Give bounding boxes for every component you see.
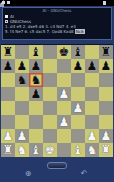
chess-board[interactable]: ♜♝♚♝♜♟♟♟♟♟♟♞♞♟♟♟♟♟♟♟♟♜♞♝♚♝♞♜	[1, 44, 113, 156]
black-bishop: ♝	[71, 45, 85, 59]
square-c3[interactable]	[29, 115, 43, 129]
square-c7[interactable]: ♟	[29, 59, 43, 73]
white-pawn: ♟	[1, 129, 15, 143]
square-h7[interactable]: ♟	[99, 59, 113, 73]
square-h4[interactable]	[99, 101, 113, 115]
square-d8[interactable]	[43, 45, 57, 59]
square-c8[interactable]: ♝	[29, 45, 43, 59]
black-pawn: ♟	[15, 59, 29, 73]
black-rook: ♜	[1, 45, 15, 59]
square-f7[interactable]: ♟	[71, 59, 85, 73]
square-g8[interactable]	[85, 45, 99, 59]
move-line: 5. f4 Ne7 6. c5 dxc5 7. Qxd8 Kxd8 Nc6	[5, 29, 111, 34]
square-a6[interactable]	[1, 73, 15, 87]
white-square-icon	[5, 15, 8, 18]
white-pawn: ♟	[99, 129, 113, 143]
square-d7[interactable]	[43, 59, 57, 73]
black-pawn: ♟	[71, 59, 85, 73]
white-rook: ♜	[1, 143, 15, 157]
square-h8[interactable]: ♜	[99, 45, 113, 59]
square-c2[interactable]	[29, 129, 43, 143]
undo-icon[interactable]: ↶	[79, 169, 89, 179]
square-d6[interactable]	[43, 73, 57, 87]
square-d5[interactable]	[43, 87, 57, 101]
black-pawn: ♟	[85, 59, 99, 73]
square-c5[interactable]: ♟	[29, 87, 43, 101]
square-a3[interactable]	[1, 115, 15, 129]
white-knight: ♞	[85, 143, 99, 157]
square-f6[interactable]	[71, 73, 85, 87]
square-a8[interactable]: ♜	[1, 45, 15, 59]
black-pawn: ♟	[29, 87, 43, 101]
square-c4[interactable]	[29, 101, 43, 115]
square-b6[interactable]: ♞	[15, 73, 29, 87]
white-pawn: ♟	[85, 129, 99, 143]
black-rook: ♜	[99, 45, 113, 59]
square-h2[interactable]: ♟	[99, 129, 113, 143]
notification-icon	[2, 1, 5, 4]
black-king: ♚	[57, 45, 71, 59]
square-d3[interactable]	[43, 115, 57, 129]
square-a4[interactable]	[1, 101, 15, 115]
black-square-icon	[5, 20, 8, 23]
app-screen: AI - GNUChess AI GNUChess 1. d4 e5 2. dx…	[0, 0, 114, 182]
square-e2[interactable]	[57, 129, 71, 143]
square-e6[interactable]	[57, 73, 71, 87]
status-bar	[0, 0, 114, 6]
white-bishop: ♝	[29, 143, 43, 157]
square-f8[interactable]: ♝	[71, 45, 85, 59]
game-info-panel: AI - GNUChess AI GNUChess 1. d4 e5 2. dx…	[2, 7, 112, 40]
square-f2[interactable]	[71, 129, 85, 143]
square-b3[interactable]	[15, 115, 29, 129]
square-b8[interactable]	[15, 45, 29, 59]
square-f3[interactable]	[71, 115, 85, 129]
black-pawn: ♟	[1, 59, 15, 73]
new-game-icon[interactable]: ⊕	[23, 169, 33, 179]
square-a2[interactable]: ♟	[1, 129, 15, 143]
white-pawn: ♟	[71, 101, 85, 115]
square-e8[interactable]: ♚	[57, 45, 71, 59]
square-e3[interactable]: ♟	[57, 115, 71, 129]
square-b2[interactable]: ♟	[15, 129, 29, 143]
square-h3[interactable]	[99, 115, 113, 129]
square-c6[interactable]: ♞	[29, 73, 43, 87]
menu-button[interactable]	[47, 162, 67, 169]
black-knight: ♞	[29, 73, 43, 87]
square-g1[interactable]: ♞	[85, 143, 99, 157]
square-a1[interactable]: ♜	[1, 143, 15, 157]
square-g7[interactable]: ♟	[85, 59, 99, 73]
square-a7[interactable]: ♟	[1, 59, 15, 73]
square-g2[interactable]: ♟	[85, 129, 99, 143]
notification-icon	[7, 1, 10, 4]
square-c1[interactable]: ♝	[29, 143, 43, 157]
black-knight: ♞	[15, 73, 29, 87]
square-g5[interactable]	[85, 87, 99, 101]
white-rook: ♜	[99, 143, 113, 157]
battery-icon	[103, 1, 106, 5]
square-f1[interactable]: ♝	[71, 143, 85, 157]
square-e5[interactable]: ♟	[57, 87, 71, 101]
square-b4[interactable]	[15, 101, 29, 115]
square-a5[interactable]	[1, 87, 15, 101]
move-list[interactable]: 1. d4 e5 2. dxe5 d6 3. c4 Nd7 4. e3 5. f…	[3, 24, 111, 34]
white-bishop: ♝	[71, 143, 85, 157]
black-pawn: ♟	[99, 59, 113, 73]
white-knight: ♞	[15, 143, 29, 157]
square-f5[interactable]	[71, 87, 85, 101]
white-pawn: ♟	[15, 129, 29, 143]
square-d4[interactable]	[43, 101, 57, 115]
white-pawn: ♟	[57, 115, 71, 129]
square-g6[interactable]	[85, 73, 99, 87]
square-f4[interactable]: ♟	[71, 101, 85, 115]
square-b5[interactable]	[15, 87, 29, 101]
square-b1[interactable]: ♞	[15, 143, 29, 157]
square-h6[interactable]	[99, 73, 113, 87]
square-e1[interactable]	[57, 143, 71, 157]
square-e7[interactable]	[57, 59, 71, 73]
bottom-bar: ⊕ ↶	[0, 157, 114, 182]
square-g4[interactable]	[85, 101, 99, 115]
square-e4[interactable]	[57, 101, 71, 115]
square-b7[interactable]: ♟	[15, 59, 29, 73]
square-h5[interactable]	[99, 87, 113, 101]
black-pawn: ♟	[29, 59, 43, 73]
square-h1[interactable]: ♜	[99, 143, 113, 157]
white-king: ♚	[43, 143, 57, 157]
white-pawn: ♟	[57, 87, 71, 101]
black-bishop: ♝	[29, 45, 43, 59]
current-move: Nc6	[75, 29, 85, 34]
square-g3[interactable]	[85, 115, 99, 129]
square-d2[interactable]	[43, 129, 57, 143]
square-d1[interactable]: ♚	[43, 143, 57, 157]
